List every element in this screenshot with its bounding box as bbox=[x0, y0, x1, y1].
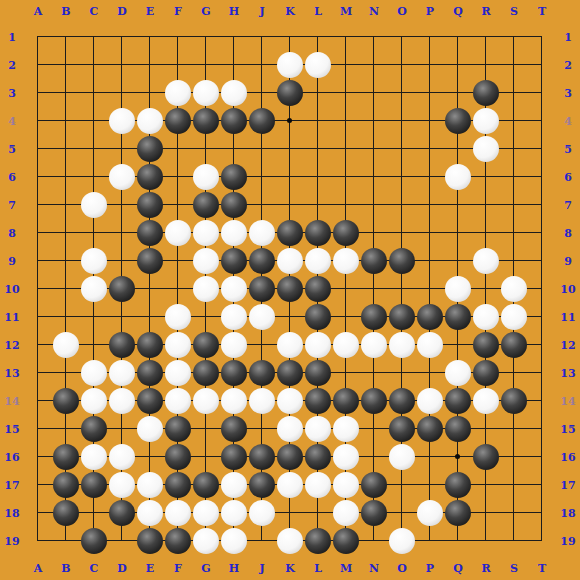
intersection-S10[interactable] bbox=[500, 275, 528, 303]
intersection-J1[interactable] bbox=[248, 23, 276, 51]
white-stone-F13[interactable] bbox=[165, 360, 191, 386]
intersection-O9[interactable] bbox=[388, 247, 416, 275]
intersection-J17[interactable] bbox=[248, 471, 276, 499]
intersection-C17[interactable] bbox=[80, 471, 108, 499]
intersection-P19[interactable] bbox=[416, 527, 444, 555]
intersection-L2[interactable] bbox=[304, 51, 332, 79]
intersection-J8[interactable] bbox=[248, 219, 276, 247]
intersection-P16[interactable] bbox=[416, 443, 444, 471]
intersection-A1[interactable] bbox=[24, 23, 52, 51]
intersection-O17[interactable] bbox=[388, 471, 416, 499]
intersection-P11[interactable] bbox=[416, 303, 444, 331]
intersection-J16[interactable] bbox=[248, 443, 276, 471]
white-stone-H17[interactable] bbox=[221, 472, 247, 498]
black-stone-G7[interactable] bbox=[193, 192, 219, 218]
intersection-D6[interactable] bbox=[108, 163, 136, 191]
intersection-E5[interactable] bbox=[136, 135, 164, 163]
intersection-S14[interactable] bbox=[500, 387, 528, 415]
intersection-F9[interactable] bbox=[164, 247, 192, 275]
intersection-G10[interactable] bbox=[192, 275, 220, 303]
intersection-P6[interactable] bbox=[416, 163, 444, 191]
intersection-C6[interactable] bbox=[80, 163, 108, 191]
intersection-R15[interactable] bbox=[472, 415, 500, 443]
intersection-Q18[interactable] bbox=[444, 499, 472, 527]
intersection-R6[interactable] bbox=[472, 163, 500, 191]
intersection-C3[interactable] bbox=[80, 79, 108, 107]
intersection-D3[interactable] bbox=[108, 79, 136, 107]
intersection-G7[interactable] bbox=[192, 191, 220, 219]
black-stone-F17[interactable] bbox=[165, 472, 191, 498]
intersection-A13[interactable] bbox=[24, 359, 52, 387]
white-stone-B12[interactable] bbox=[53, 332, 79, 358]
intersection-H17[interactable] bbox=[220, 471, 248, 499]
white-stone-K19[interactable] bbox=[277, 528, 303, 554]
intersection-N15[interactable] bbox=[360, 415, 388, 443]
intersection-F5[interactable] bbox=[164, 135, 192, 163]
intersection-D17[interactable] bbox=[108, 471, 136, 499]
intersection-T14[interactable] bbox=[528, 387, 556, 415]
white-stone-M16[interactable] bbox=[333, 444, 359, 470]
intersection-T12[interactable] bbox=[528, 331, 556, 359]
intersection-M17[interactable] bbox=[332, 471, 360, 499]
white-stone-M18[interactable] bbox=[333, 500, 359, 526]
intersection-A17[interactable] bbox=[24, 471, 52, 499]
intersection-B4[interactable] bbox=[52, 107, 80, 135]
intersection-B2[interactable] bbox=[52, 51, 80, 79]
intersection-N9[interactable] bbox=[360, 247, 388, 275]
intersection-T2[interactable] bbox=[528, 51, 556, 79]
black-stone-F4[interactable] bbox=[165, 108, 191, 134]
white-stone-S10[interactable] bbox=[501, 276, 527, 302]
intersection-C1[interactable] bbox=[80, 23, 108, 51]
intersection-S19[interactable] bbox=[500, 527, 528, 555]
black-stone-E9[interactable] bbox=[137, 248, 163, 274]
intersection-K10[interactable] bbox=[276, 275, 304, 303]
intersection-O19[interactable] bbox=[388, 527, 416, 555]
intersection-H18[interactable] bbox=[220, 499, 248, 527]
intersection-O7[interactable] bbox=[388, 191, 416, 219]
intersection-M6[interactable] bbox=[332, 163, 360, 191]
intersection-D9[interactable] bbox=[108, 247, 136, 275]
black-stone-Q15[interactable] bbox=[445, 416, 471, 442]
intersection-Q13[interactable] bbox=[444, 359, 472, 387]
intersection-F14[interactable] bbox=[164, 387, 192, 415]
white-stone-F11[interactable] bbox=[165, 304, 191, 330]
white-stone-C10[interactable] bbox=[81, 276, 107, 302]
intersection-L12[interactable] bbox=[304, 331, 332, 359]
white-stone-M15[interactable] bbox=[333, 416, 359, 442]
intersection-L7[interactable] bbox=[304, 191, 332, 219]
white-stone-R14[interactable] bbox=[473, 388, 499, 414]
intersection-R16[interactable] bbox=[472, 443, 500, 471]
intersection-J11[interactable] bbox=[248, 303, 276, 331]
intersection-H13[interactable] bbox=[220, 359, 248, 387]
intersection-K19[interactable] bbox=[276, 527, 304, 555]
intersection-J4[interactable] bbox=[248, 107, 276, 135]
white-stone-R4[interactable] bbox=[473, 108, 499, 134]
intersection-M4[interactable] bbox=[332, 107, 360, 135]
intersection-N10[interactable] bbox=[360, 275, 388, 303]
black-stone-G17[interactable] bbox=[193, 472, 219, 498]
black-stone-P11[interactable] bbox=[417, 304, 443, 330]
intersection-H4[interactable] bbox=[220, 107, 248, 135]
black-stone-G12[interactable] bbox=[193, 332, 219, 358]
black-stone-G13[interactable] bbox=[193, 360, 219, 386]
intersection-M3[interactable] bbox=[332, 79, 360, 107]
black-stone-E19[interactable] bbox=[137, 528, 163, 554]
intersection-R12[interactable] bbox=[472, 331, 500, 359]
black-stone-B16[interactable] bbox=[53, 444, 79, 470]
intersection-L19[interactable] bbox=[304, 527, 332, 555]
black-stone-L19[interactable] bbox=[305, 528, 331, 554]
intersection-L9[interactable] bbox=[304, 247, 332, 275]
intersection-P2[interactable] bbox=[416, 51, 444, 79]
black-stone-H13[interactable] bbox=[221, 360, 247, 386]
white-stone-R9[interactable] bbox=[473, 248, 499, 274]
intersection-A2[interactable] bbox=[24, 51, 52, 79]
intersection-O5[interactable] bbox=[388, 135, 416, 163]
white-stone-C14[interactable] bbox=[81, 388, 107, 414]
intersection-J14[interactable] bbox=[248, 387, 276, 415]
intersection-N18[interactable] bbox=[360, 499, 388, 527]
intersection-T5[interactable] bbox=[528, 135, 556, 163]
intersection-B16[interactable] bbox=[52, 443, 80, 471]
white-stone-J14[interactable] bbox=[249, 388, 275, 414]
intersection-K4[interactable] bbox=[276, 107, 304, 135]
intersection-M7[interactable] bbox=[332, 191, 360, 219]
black-stone-E6[interactable] bbox=[137, 164, 163, 190]
intersection-O12[interactable] bbox=[388, 331, 416, 359]
intersection-F16[interactable] bbox=[164, 443, 192, 471]
white-stone-G6[interactable] bbox=[193, 164, 219, 190]
intersection-C13[interactable] bbox=[80, 359, 108, 387]
intersection-P13[interactable] bbox=[416, 359, 444, 387]
black-stone-L13[interactable] bbox=[305, 360, 331, 386]
white-stone-H14[interactable] bbox=[221, 388, 247, 414]
intersection-J13[interactable] bbox=[248, 359, 276, 387]
intersection-T19[interactable] bbox=[528, 527, 556, 555]
intersection-T3[interactable] bbox=[528, 79, 556, 107]
intersection-L3[interactable] bbox=[304, 79, 332, 107]
white-stone-P12[interactable] bbox=[417, 332, 443, 358]
intersection-Q11[interactable] bbox=[444, 303, 472, 331]
intersection-C2[interactable] bbox=[80, 51, 108, 79]
white-stone-K12[interactable] bbox=[277, 332, 303, 358]
black-stone-Q18[interactable] bbox=[445, 500, 471, 526]
intersection-O11[interactable] bbox=[388, 303, 416, 331]
white-stone-N12[interactable] bbox=[361, 332, 387, 358]
intersection-J9[interactable] bbox=[248, 247, 276, 275]
intersection-P4[interactable] bbox=[416, 107, 444, 135]
intersection-L13[interactable] bbox=[304, 359, 332, 387]
intersection-J6[interactable] bbox=[248, 163, 276, 191]
black-stone-H6[interactable] bbox=[221, 164, 247, 190]
black-stone-K8[interactable] bbox=[277, 220, 303, 246]
intersection-A11[interactable] bbox=[24, 303, 52, 331]
white-stone-C9[interactable] bbox=[81, 248, 107, 274]
black-stone-D10[interactable] bbox=[109, 276, 135, 302]
intersection-K2[interactable] bbox=[276, 51, 304, 79]
intersection-S13[interactable] bbox=[500, 359, 528, 387]
intersection-J12[interactable] bbox=[248, 331, 276, 359]
intersection-A5[interactable] bbox=[24, 135, 52, 163]
black-stone-J13[interactable] bbox=[249, 360, 275, 386]
white-stone-L2[interactable] bbox=[305, 52, 331, 78]
intersection-K5[interactable] bbox=[276, 135, 304, 163]
white-stone-O19[interactable] bbox=[389, 528, 415, 554]
white-stone-D13[interactable] bbox=[109, 360, 135, 386]
intersection-M19[interactable] bbox=[332, 527, 360, 555]
intersection-Q3[interactable] bbox=[444, 79, 472, 107]
intersection-N2[interactable] bbox=[360, 51, 388, 79]
intersection-S12[interactable] bbox=[500, 331, 528, 359]
white-stone-C16[interactable] bbox=[81, 444, 107, 470]
intersection-O13[interactable] bbox=[388, 359, 416, 387]
intersection-E8[interactable] bbox=[136, 219, 164, 247]
intersection-E17[interactable] bbox=[136, 471, 164, 499]
intersection-Q12[interactable] bbox=[444, 331, 472, 359]
intersection-M18[interactable] bbox=[332, 499, 360, 527]
black-stone-R12[interactable] bbox=[473, 332, 499, 358]
black-stone-L8[interactable] bbox=[305, 220, 331, 246]
intersection-F19[interactable] bbox=[164, 527, 192, 555]
white-stone-G9[interactable] bbox=[193, 248, 219, 274]
white-stone-K17[interactable] bbox=[277, 472, 303, 498]
intersection-O8[interactable] bbox=[388, 219, 416, 247]
intersection-H1[interactable] bbox=[220, 23, 248, 51]
intersection-A8[interactable] bbox=[24, 219, 52, 247]
intersection-E1[interactable] bbox=[136, 23, 164, 51]
intersection-D14[interactable] bbox=[108, 387, 136, 415]
intersection-N19[interactable] bbox=[360, 527, 388, 555]
black-stone-N9[interactable] bbox=[361, 248, 387, 274]
intersection-D4[interactable] bbox=[108, 107, 136, 135]
intersection-F7[interactable] bbox=[164, 191, 192, 219]
black-stone-K13[interactable] bbox=[277, 360, 303, 386]
intersection-F11[interactable] bbox=[164, 303, 192, 331]
black-stone-J17[interactable] bbox=[249, 472, 275, 498]
intersection-T7[interactable] bbox=[528, 191, 556, 219]
intersection-F13[interactable] bbox=[164, 359, 192, 387]
intersection-C16[interactable] bbox=[80, 443, 108, 471]
intersection-F15[interactable] bbox=[164, 415, 192, 443]
intersection-A10[interactable] bbox=[24, 275, 52, 303]
intersection-C9[interactable] bbox=[80, 247, 108, 275]
intersection-G13[interactable] bbox=[192, 359, 220, 387]
black-stone-B14[interactable] bbox=[53, 388, 79, 414]
black-stone-F15[interactable] bbox=[165, 416, 191, 442]
intersection-T18[interactable] bbox=[528, 499, 556, 527]
intersection-N16[interactable] bbox=[360, 443, 388, 471]
intersection-F12[interactable] bbox=[164, 331, 192, 359]
intersection-J15[interactable] bbox=[248, 415, 276, 443]
black-stone-J16[interactable] bbox=[249, 444, 275, 470]
intersection-H2[interactable] bbox=[220, 51, 248, 79]
white-stone-P14[interactable] bbox=[417, 388, 443, 414]
intersection-Q15[interactable] bbox=[444, 415, 472, 443]
intersection-K14[interactable] bbox=[276, 387, 304, 415]
white-stone-L9[interactable] bbox=[305, 248, 331, 274]
intersection-B6[interactable] bbox=[52, 163, 80, 191]
intersection-N13[interactable] bbox=[360, 359, 388, 387]
intersection-C7[interactable] bbox=[80, 191, 108, 219]
intersection-T4[interactable] bbox=[528, 107, 556, 135]
black-stone-E5[interactable] bbox=[137, 136, 163, 162]
intersection-Q7[interactable] bbox=[444, 191, 472, 219]
intersection-N12[interactable] bbox=[360, 331, 388, 359]
white-stone-H18[interactable] bbox=[221, 500, 247, 526]
intersection-G6[interactable] bbox=[192, 163, 220, 191]
intersection-G18[interactable] bbox=[192, 499, 220, 527]
intersection-N4[interactable] bbox=[360, 107, 388, 135]
intersection-N3[interactable] bbox=[360, 79, 388, 107]
black-stone-E14[interactable] bbox=[137, 388, 163, 414]
black-stone-C15[interactable] bbox=[81, 416, 107, 442]
intersection-C10[interactable] bbox=[80, 275, 108, 303]
black-stone-O15[interactable] bbox=[389, 416, 415, 442]
intersection-O1[interactable] bbox=[388, 23, 416, 51]
white-stone-Q10[interactable] bbox=[445, 276, 471, 302]
intersection-R1[interactable] bbox=[472, 23, 500, 51]
intersection-T13[interactable] bbox=[528, 359, 556, 387]
intersection-O18[interactable] bbox=[388, 499, 416, 527]
intersection-P3[interactable] bbox=[416, 79, 444, 107]
intersection-A4[interactable] bbox=[24, 107, 52, 135]
intersection-D7[interactable] bbox=[108, 191, 136, 219]
intersection-M2[interactable] bbox=[332, 51, 360, 79]
intersection-O14[interactable] bbox=[388, 387, 416, 415]
intersection-E10[interactable] bbox=[136, 275, 164, 303]
intersection-O2[interactable] bbox=[388, 51, 416, 79]
intersection-T9[interactable] bbox=[528, 247, 556, 275]
intersection-Q9[interactable] bbox=[444, 247, 472, 275]
black-stone-N18[interactable] bbox=[361, 500, 387, 526]
go-board[interactable] bbox=[24, 23, 556, 555]
intersection-H9[interactable] bbox=[220, 247, 248, 275]
black-stone-K16[interactable] bbox=[277, 444, 303, 470]
intersection-F17[interactable] bbox=[164, 471, 192, 499]
intersection-R5[interactable] bbox=[472, 135, 500, 163]
intersection-Q10[interactable] bbox=[444, 275, 472, 303]
black-stone-E13[interactable] bbox=[137, 360, 163, 386]
intersection-S15[interactable] bbox=[500, 415, 528, 443]
white-stone-E17[interactable] bbox=[137, 472, 163, 498]
intersection-M9[interactable] bbox=[332, 247, 360, 275]
intersection-K18[interactable] bbox=[276, 499, 304, 527]
intersection-B12[interactable] bbox=[52, 331, 80, 359]
intersection-S18[interactable] bbox=[500, 499, 528, 527]
intersection-O16[interactable] bbox=[388, 443, 416, 471]
intersection-H11[interactable] bbox=[220, 303, 248, 331]
intersection-B1[interactable] bbox=[52, 23, 80, 51]
intersection-D15[interactable] bbox=[108, 415, 136, 443]
intersection-S8[interactable] bbox=[500, 219, 528, 247]
intersection-K8[interactable] bbox=[276, 219, 304, 247]
white-stone-K15[interactable] bbox=[277, 416, 303, 442]
white-stone-G18[interactable] bbox=[193, 500, 219, 526]
intersection-M12[interactable] bbox=[332, 331, 360, 359]
white-stone-G19[interactable] bbox=[193, 528, 219, 554]
intersection-S16[interactable] bbox=[500, 443, 528, 471]
intersection-E15[interactable] bbox=[136, 415, 164, 443]
intersection-T10[interactable] bbox=[528, 275, 556, 303]
intersection-A16[interactable] bbox=[24, 443, 52, 471]
intersection-Q14[interactable] bbox=[444, 387, 472, 415]
white-stone-Q13[interactable] bbox=[445, 360, 471, 386]
intersection-R17[interactable] bbox=[472, 471, 500, 499]
black-stone-O9[interactable] bbox=[389, 248, 415, 274]
intersection-H10[interactable] bbox=[220, 275, 248, 303]
intersection-H16[interactable] bbox=[220, 443, 248, 471]
black-stone-M14[interactable] bbox=[333, 388, 359, 414]
intersection-Q16[interactable] bbox=[444, 443, 472, 471]
intersection-O3[interactable] bbox=[388, 79, 416, 107]
intersection-K16[interactable] bbox=[276, 443, 304, 471]
black-stone-J4[interactable] bbox=[249, 108, 275, 134]
intersection-S11[interactable] bbox=[500, 303, 528, 331]
black-stone-Q17[interactable] bbox=[445, 472, 471, 498]
white-stone-L17[interactable] bbox=[305, 472, 331, 498]
white-stone-H10[interactable] bbox=[221, 276, 247, 302]
intersection-G16[interactable] bbox=[192, 443, 220, 471]
intersection-E19[interactable] bbox=[136, 527, 164, 555]
black-stone-Q14[interactable] bbox=[445, 388, 471, 414]
white-stone-O12[interactable] bbox=[389, 332, 415, 358]
white-stone-F18[interactable] bbox=[165, 500, 191, 526]
intersection-B13[interactable] bbox=[52, 359, 80, 387]
intersection-A12[interactable] bbox=[24, 331, 52, 359]
intersection-N1[interactable] bbox=[360, 23, 388, 51]
intersection-J5[interactable] bbox=[248, 135, 276, 163]
intersection-G14[interactable] bbox=[192, 387, 220, 415]
intersection-C12[interactable] bbox=[80, 331, 108, 359]
intersection-N5[interactable] bbox=[360, 135, 388, 163]
intersection-G4[interactable] bbox=[192, 107, 220, 135]
intersection-D16[interactable] bbox=[108, 443, 136, 471]
intersection-K13[interactable] bbox=[276, 359, 304, 387]
intersection-K15[interactable] bbox=[276, 415, 304, 443]
black-stone-R16[interactable] bbox=[473, 444, 499, 470]
intersection-R10[interactable] bbox=[472, 275, 500, 303]
black-stone-M19[interactable] bbox=[333, 528, 359, 554]
intersection-E7[interactable] bbox=[136, 191, 164, 219]
intersection-E2[interactable] bbox=[136, 51, 164, 79]
white-stone-G3[interactable] bbox=[193, 80, 219, 106]
intersection-M8[interactable] bbox=[332, 219, 360, 247]
intersection-T11[interactable] bbox=[528, 303, 556, 331]
intersection-B3[interactable] bbox=[52, 79, 80, 107]
intersection-N8[interactable] bbox=[360, 219, 388, 247]
intersection-P14[interactable] bbox=[416, 387, 444, 415]
black-stone-N17[interactable] bbox=[361, 472, 387, 498]
white-stone-G10[interactable] bbox=[193, 276, 219, 302]
black-stone-R13[interactable] bbox=[473, 360, 499, 386]
intersection-K3[interactable] bbox=[276, 79, 304, 107]
intersection-K17[interactable] bbox=[276, 471, 304, 499]
intersection-Q6[interactable] bbox=[444, 163, 472, 191]
intersection-L5[interactable] bbox=[304, 135, 332, 163]
intersection-S17[interactable] bbox=[500, 471, 528, 499]
intersection-S1[interactable] bbox=[500, 23, 528, 51]
intersection-C4[interactable] bbox=[80, 107, 108, 135]
white-stone-M17[interactable] bbox=[333, 472, 359, 498]
intersection-B5[interactable] bbox=[52, 135, 80, 163]
intersection-O15[interactable] bbox=[388, 415, 416, 443]
intersection-O6[interactable] bbox=[388, 163, 416, 191]
intersection-D1[interactable] bbox=[108, 23, 136, 51]
intersection-R19[interactable] bbox=[472, 527, 500, 555]
intersection-B10[interactable] bbox=[52, 275, 80, 303]
